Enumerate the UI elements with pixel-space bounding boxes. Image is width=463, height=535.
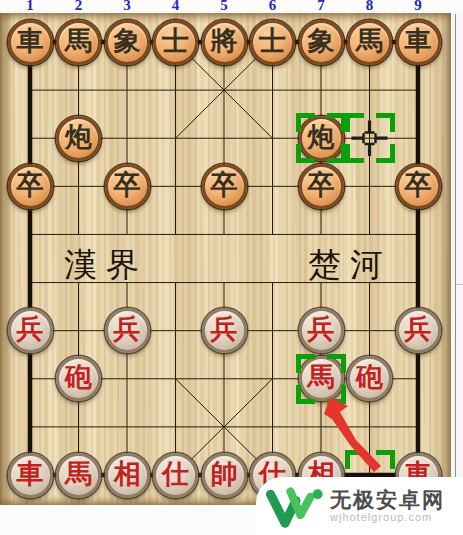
piece-glyph: 馬	[65, 461, 92, 488]
piece-black-馬-c7r0[interactable]: 馬	[347, 20, 392, 65]
piece-glyph: 卒	[308, 172, 335, 199]
piece-red-車-c0r9[interactable]: 車	[8, 453, 53, 498]
top-file-labels-strip: 123456789	[0, 0, 463, 13]
piece-red-砲-c7r7[interactable]: 砲	[347, 356, 392, 401]
piece-red-兵-c4r6[interactable]: 兵	[202, 308, 247, 353]
watermark-site-name: 无极安卓网	[330, 488, 445, 511]
piece-black-車-c8r0[interactable]: 車	[396, 20, 441, 65]
piece-glyph: 馬	[308, 364, 335, 391]
top-file-label-1: 1	[15, 0, 45, 14]
site-watermark: 无极安卓网 wjhotelgroup.com	[256, 477, 463, 535]
piece-glyph: 卒	[114, 172, 141, 199]
top-file-label-5: 5	[209, 0, 239, 14]
piece-glyph: 卒	[405, 172, 432, 199]
piece-red-砲-c1r7[interactable]: 砲	[56, 356, 101, 401]
piece-black-象-c2r0[interactable]: 象	[105, 20, 150, 65]
piece-glyph: 車	[17, 461, 44, 488]
top-file-label-4: 4	[161, 0, 191, 14]
piece-red-兵-c0r6[interactable]: 兵	[8, 308, 53, 353]
xiangqi-app-window: 123456789 九八七六五四三二一 漢界 楚河 車馬象士將士象馬車炮炮卒卒卒…	[0, 0, 463, 535]
piece-black-卒-c2r3[interactable]: 卒	[105, 164, 150, 209]
river-label-chuhe: 楚河	[308, 246, 392, 284]
piece-black-卒-c6r3[interactable]: 卒	[299, 164, 344, 209]
piece-glyph: 馬	[65, 28, 92, 55]
piece-black-象-c6r0[interactable]: 象	[299, 20, 344, 65]
top-file-label-2: 2	[64, 0, 94, 14]
piece-glyph: 士	[259, 28, 286, 55]
panel-border-line	[455, 14, 456, 535]
piece-glyph: 相	[114, 461, 141, 488]
piece-black-卒-c4r3[interactable]: 卒	[202, 164, 247, 209]
piece-red-馬-c6r7[interactable]: 馬	[299, 356, 344, 401]
piece-red-馬-c1r9[interactable]: 馬	[56, 453, 101, 498]
piece-glyph: 砲	[356, 364, 383, 391]
panel-divider-line	[456, 284, 463, 285]
top-file-label-8: 8	[355, 0, 385, 14]
piece-glyph: 卒	[211, 172, 238, 199]
piece-glyph: 兵	[17, 316, 44, 343]
piece-black-炮-c1r2[interactable]: 炮	[56, 116, 101, 161]
piece-black-士-c5r0[interactable]: 士	[250, 20, 295, 65]
piece-glyph: 卒	[17, 172, 44, 199]
piece-glyph: 兵	[308, 316, 335, 343]
piece-red-帥-c4r9[interactable]: 帥	[202, 453, 247, 498]
top-file-label-7: 7	[306, 0, 336, 14]
piece-red-兵-c2r6[interactable]: 兵	[105, 308, 150, 353]
piece-red-兵-c6r6[interactable]: 兵	[299, 308, 344, 353]
top-file-label-6: 6	[258, 0, 288, 14]
piece-black-士-c3r0[interactable]: 士	[153, 20, 198, 65]
piece-glyph: 帥	[211, 461, 238, 488]
watermark-site-url: wjhotelgroup.com	[330, 511, 445, 524]
piece-glyph: 士	[162, 28, 189, 55]
piece-black-炮-c6r2[interactable]: 炮	[299, 116, 344, 161]
piece-glyph: 車	[405, 28, 432, 55]
piece-glyph: 將	[211, 28, 238, 55]
piece-black-卒-c0r3[interactable]: 卒	[8, 164, 53, 209]
piece-black-卒-c8r3[interactable]: 卒	[396, 164, 441, 209]
piece-black-馬-c1r0[interactable]: 馬	[56, 20, 101, 65]
piece-glyph: 兵	[211, 316, 238, 343]
piece-black-將-c4r0[interactable]: 將	[202, 20, 247, 65]
piece-glyph: 兵	[114, 316, 141, 343]
river-label-hanjie: 漢界	[64, 246, 148, 284]
piece-glyph: 馬	[356, 28, 383, 55]
side-panel-edge	[451, 13, 463, 535]
piece-glyph: 炮	[65, 124, 92, 151]
piece-red-相-c2r9[interactable]: 相	[105, 453, 150, 498]
piece-red-仕-c3r9[interactable]: 仕	[153, 453, 198, 498]
piece-glyph: 炮	[308, 124, 335, 151]
watermark-w-logo	[266, 482, 324, 530]
piece-glyph: 兵	[405, 316, 432, 343]
top-file-label-9: 9	[403, 0, 433, 14]
piece-glyph: 象	[308, 28, 335, 55]
piece-glyph: 象	[114, 28, 141, 55]
piece-glyph: 仕	[162, 461, 189, 488]
piece-glyph: 砲	[65, 364, 92, 391]
top-file-label-3: 3	[112, 0, 142, 14]
piece-glyph: 車	[17, 28, 44, 55]
piece-black-車-c0r0[interactable]: 車	[8, 20, 53, 65]
piece-red-兵-c8r6[interactable]: 兵	[396, 308, 441, 353]
